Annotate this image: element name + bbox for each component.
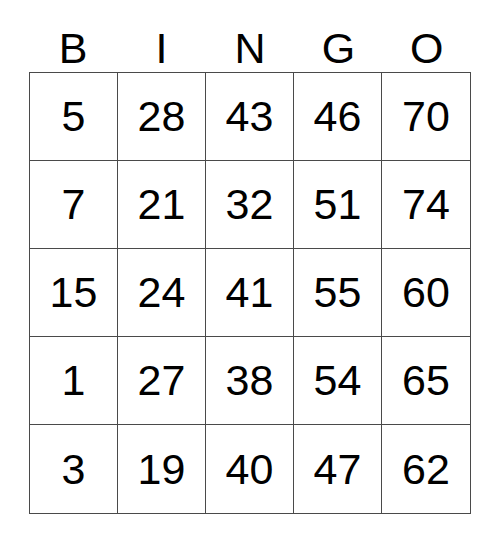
bingo-cell-r3c2[interactable]: 24 xyxy=(118,249,206,337)
bingo-cell-r5c4[interactable]: 47 xyxy=(294,425,382,513)
bingo-cell-r2c1[interactable]: 7 xyxy=(30,161,118,249)
bingo-cell-r2c4[interactable]: 51 xyxy=(294,161,382,249)
bingo-cell-r2c2[interactable]: 21 xyxy=(118,161,206,249)
bingo-cell-r4c1[interactable]: 1 xyxy=(30,337,118,425)
bingo-cell-r1c5[interactable]: 70 xyxy=(382,73,470,161)
bingo-cell-r1c2[interactable]: 28 xyxy=(118,73,206,161)
bingo-cell-r4c5[interactable]: 65 xyxy=(382,337,470,425)
column-header-g: G xyxy=(294,0,382,72)
bingo-header-row: B I N G O xyxy=(29,0,471,72)
column-header-b: B xyxy=(29,0,117,72)
bingo-cell-r3c3[interactable]: 41 xyxy=(206,249,294,337)
column-header-n: N xyxy=(206,0,294,72)
bingo-cell-r3c4[interactable]: 55 xyxy=(294,249,382,337)
column-header-i: I xyxy=(117,0,205,72)
bingo-card: B I N G O 5 28 43 46 70 7 21 32 51 74 15… xyxy=(29,0,471,514)
bingo-cell-r1c4[interactable]: 46 xyxy=(294,73,382,161)
bingo-cell-r2c3[interactable]: 32 xyxy=(206,161,294,249)
bingo-cell-r2c5[interactable]: 74 xyxy=(382,161,470,249)
bingo-cell-r1c1[interactable]: 5 xyxy=(30,73,118,161)
bingo-cell-r5c2[interactable]: 19 xyxy=(118,425,206,513)
bingo-cell-r1c3[interactable]: 43 xyxy=(206,73,294,161)
bingo-cell-r5c1[interactable]: 3 xyxy=(30,425,118,513)
bingo-cell-r5c3[interactable]: 40 xyxy=(206,425,294,513)
bingo-cell-r3c5[interactable]: 60 xyxy=(382,249,470,337)
bingo-grid: 5 28 43 46 70 7 21 32 51 74 15 24 41 55 … xyxy=(29,72,471,514)
bingo-cell-r4c4[interactable]: 54 xyxy=(294,337,382,425)
bingo-cell-r5c5[interactable]: 62 xyxy=(382,425,470,513)
column-header-o: O xyxy=(383,0,471,72)
bingo-cell-r3c1[interactable]: 15 xyxy=(30,249,118,337)
bingo-cell-r4c2[interactable]: 27 xyxy=(118,337,206,425)
bingo-cell-r4c3[interactable]: 38 xyxy=(206,337,294,425)
